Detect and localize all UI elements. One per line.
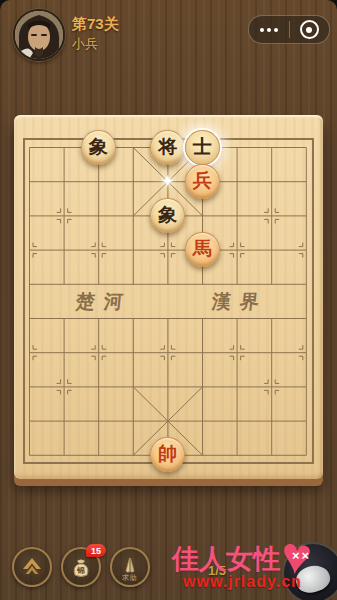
move-sparkle-effect: ✦	[161, 171, 175, 192]
more-button[interactable]	[249, 16, 289, 43]
piece-red-f6r2[interactable]: 兵	[185, 164, 220, 199]
piece-glyph: 将	[158, 137, 177, 156]
top-bar: 第73关 小兵	[0, 0, 337, 62]
xiangqi-board: 楚河 漢界 象将士兵象馬帥✦	[14, 115, 323, 479]
exit-target-icon	[300, 20, 319, 39]
ellipsis-icon	[260, 28, 278, 32]
piece-glyph: 士	[193, 137, 212, 156]
svg-text:锦: 锦	[76, 565, 85, 575]
piece-glyph: 帥	[158, 444, 177, 463]
piece-glyph: 象	[89, 137, 108, 156]
bottom-toolbar: 锦 15 求助 1/5	[0, 530, 337, 600]
piece-black-f5r3[interactable]: 象	[150, 198, 185, 233]
collapse-menu-button[interactable]	[12, 547, 52, 587]
hand-icon	[293, 561, 333, 596]
step-counter: 1/5	[208, 563, 226, 578]
ask-help-button[interactable]: 求助	[110, 547, 150, 587]
hint-count-badge: 15	[86, 544, 106, 557]
piece-black-f5r1[interactable]: 将	[150, 130, 185, 165]
miniprogram-capsule	[248, 15, 330, 44]
piece-glyph: 馬	[193, 239, 212, 258]
piece-red-f6r4[interactable]: 馬	[185, 232, 220, 267]
app-screen: 第73关 小兵	[0, 0, 337, 600]
piece-black-f3r1[interactable]: 象	[81, 130, 116, 165]
player-avatar[interactable]	[13, 9, 65, 61]
hint-bag-button[interactable]: 锦 15	[61, 547, 101, 587]
help-label: 求助	[112, 573, 148, 583]
piece-glyph: 象	[158, 205, 177, 224]
brocade-bag-icon: 锦	[69, 555, 93, 579]
piece-black-f6r1[interactable]: 士	[185, 130, 220, 165]
level-label: 第73关	[72, 16, 119, 31]
level-subtitle: 小兵	[72, 37, 119, 50]
close-button[interactable]	[290, 16, 330, 43]
chevron-up-icon	[21, 558, 43, 576]
board-grid: 象将士兵象馬帥✦	[12, 130, 323, 472]
piece-glyph: 兵	[193, 171, 212, 190]
hand-hint-ball[interactable]	[282, 542, 337, 600]
warrior-portrait	[15, 11, 63, 59]
piece-red-f5r10[interactable]: 帥	[150, 437, 185, 472]
